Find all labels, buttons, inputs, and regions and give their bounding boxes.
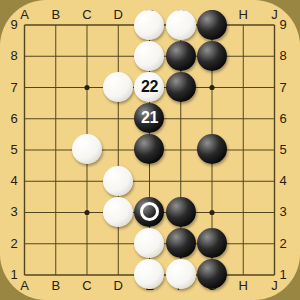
go-board[interactable]: ABCDEFGHJ ABCDEFGHJ 987654321 987654321 … [0,0,300,300]
stone-black-G1[interactable] [197,259,227,289]
stones-layer: 2221 [9,9,290,290]
last-move-marker [140,202,159,221]
stone-black-E6[interactable]: 21 [134,103,164,133]
stone-black-E5[interactable] [134,134,164,164]
stone-black-F7[interactable] [166,72,196,102]
app-frame: ABCDEFGHJ ABCDEFGHJ 987654321 987654321 … [0,0,300,300]
stone-white-E8[interactable] [134,41,164,71]
move-number-22: 22 [141,79,158,95]
stone-black-G5[interactable] [197,134,227,164]
stone-black-G9[interactable] [197,10,227,40]
stone-white-D3[interactable] [103,197,133,227]
stone-black-F3[interactable] [166,197,196,227]
stone-white-C5[interactable] [72,134,102,164]
stone-white-D7[interactable] [103,72,133,102]
stone-white-E7[interactable]: 22 [134,72,164,102]
stone-black-G8[interactable] [197,41,227,71]
stone-black-F2[interactable] [166,228,196,258]
stone-white-E1[interactable] [134,259,164,289]
stone-black-G2[interactable] [197,228,227,258]
stone-white-D4[interactable] [103,166,133,196]
move-number-21: 21 [141,110,158,126]
stone-white-E2[interactable] [134,228,164,258]
stone-white-F9[interactable] [166,10,196,40]
stone-white-F1[interactable] [166,259,196,289]
stone-white-E9[interactable] [134,10,164,40]
stone-black-F8[interactable] [166,41,196,71]
stone-black-E3[interactable] [134,197,164,227]
